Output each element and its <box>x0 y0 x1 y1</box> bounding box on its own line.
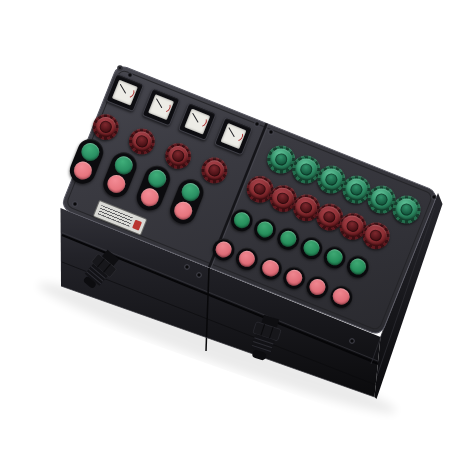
dual-pushbutton-unit <box>166 175 207 227</box>
analog-meter <box>142 88 181 127</box>
pushbutton-green[interactable] <box>344 252 373 281</box>
meter-face <box>184 109 210 135</box>
pushbutton-cap <box>237 248 258 269</box>
nameplate-logo-mark <box>132 219 142 230</box>
pushbutton-cap <box>307 277 328 298</box>
pushbutton-cap <box>213 239 234 260</box>
analog-meter <box>105 73 144 112</box>
pushbutton-cap <box>231 210 252 231</box>
unit-button-red[interactable] <box>105 172 128 195</box>
pushbutton-green[interactable] <box>297 234 326 263</box>
pushbutton-green[interactable] <box>320 243 349 272</box>
pushbutton-cap <box>324 247 345 268</box>
pushbutton-red[interactable] <box>327 282 356 311</box>
pushbutton-cap <box>301 237 322 258</box>
pushbutton-cap <box>254 219 275 240</box>
analog-meter <box>214 117 253 156</box>
unit-button-red[interactable] <box>171 199 194 222</box>
pushbutton-red[interactable] <box>256 254 285 283</box>
nameplate-text-lines <box>98 205 133 227</box>
pushbutton-red[interactable] <box>280 263 309 292</box>
pushbutton-green[interactable] <box>228 206 257 235</box>
meter-face <box>221 123 247 149</box>
meter-face <box>148 94 174 120</box>
analog-meter <box>178 102 217 141</box>
pushbutton-cap <box>260 258 281 279</box>
unit-button-red[interactable] <box>71 159 94 182</box>
pushbutton-red[interactable] <box>303 273 332 302</box>
pushbutton-cap <box>284 267 305 288</box>
pushbutton-green[interactable] <box>274 224 303 253</box>
meter-face <box>112 80 138 106</box>
unit-button-green[interactable] <box>145 167 168 190</box>
indicator-lamp-red <box>197 154 231 188</box>
unit-button-green[interactable] <box>112 154 135 177</box>
indicator-lamp-red <box>161 139 195 173</box>
dual-pushbutton-unit <box>99 148 140 200</box>
pushbutton-cap <box>347 256 368 277</box>
pushbutton-red[interactable] <box>233 245 262 274</box>
pushbutton-cap <box>331 286 352 307</box>
dual-pushbutton-unit <box>133 162 174 214</box>
pushbutton-green[interactable] <box>251 215 280 244</box>
unit-button-green[interactable] <box>179 180 202 203</box>
unit-button-red[interactable] <box>138 186 161 209</box>
product-photo <box>0 0 458 458</box>
pushbutton-cap <box>278 228 299 249</box>
unit-button-green[interactable] <box>79 140 102 163</box>
